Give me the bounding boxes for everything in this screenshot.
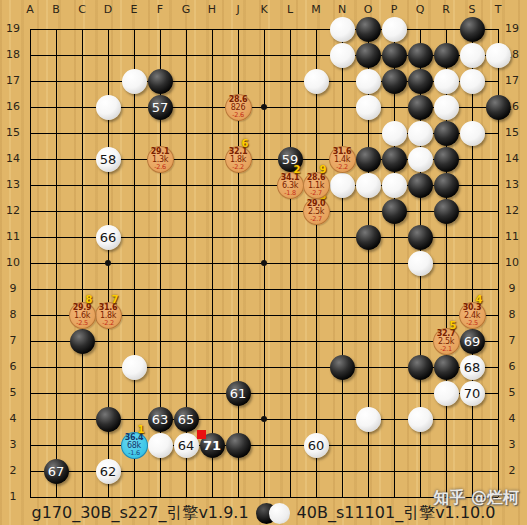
score-lead: -2.5 — [466, 320, 477, 327]
star-point — [261, 416, 267, 422]
row-label-14: 14 — [3, 152, 23, 166]
move-number-63: 63 — [152, 413, 169, 426]
white-stone-O17 — [356, 69, 381, 94]
col-label-T: T — [488, 3, 508, 17]
row-label-13: 13 — [502, 178, 522, 192]
black-stone-Q6 — [408, 355, 433, 380]
row-label-9: 9 — [502, 282, 522, 296]
suggestion-C8[interactable]: 29.91.6k-2.58 — [69, 302, 96, 329]
black-stone-J5: 61 — [226, 381, 251, 406]
white-stone-M17 — [304, 69, 329, 94]
move-number-71: 71 — [203, 439, 221, 452]
white-stone-Q10 — [408, 251, 433, 276]
black-stone-P17 — [382, 69, 407, 94]
col-label-R: R — [436, 3, 456, 17]
suggestion-L13[interactable]: 34.16.3k-1.82 — [277, 172, 304, 199]
row-label-11: 11 — [3, 230, 23, 244]
move-number-68: 68 — [464, 361, 481, 374]
suggestion-E3[interactable]: 36.468k-1.61 — [121, 432, 148, 459]
row-label-13: 13 — [3, 178, 23, 192]
black-stone-R18 — [434, 43, 459, 68]
col-label-N: N — [332, 3, 352, 17]
col-label-S: S — [462, 3, 482, 17]
col-label-L: L — [280, 3, 300, 17]
black-stone-J3 — [226, 433, 251, 458]
white-stone-icon — [269, 503, 290, 524]
white-stone-D16 — [96, 95, 121, 120]
black-stone-Q11 — [408, 225, 433, 250]
col-label-G: G — [176, 3, 196, 17]
row-label-17: 17 — [3, 74, 23, 88]
stone-pair-icon — [256, 503, 290, 524]
move-number-60: 60 — [308, 439, 325, 452]
black-stone-F16: 57 — [148, 95, 173, 120]
suggestion-F14[interactable]: 29.11.3k-2.6 — [147, 146, 174, 173]
row-label-6: 6 — [3, 360, 23, 374]
score-lead: -1.8 — [284, 190, 295, 197]
row-label-19: 19 — [502, 22, 522, 36]
black-stone-Q17 — [408, 69, 433, 94]
white-stone-S18 — [460, 43, 485, 68]
row-label-6: 6 — [502, 360, 522, 374]
col-label-C: C — [72, 3, 92, 17]
row-label-19: 19 — [3, 22, 23, 36]
score-lead: -2.1 — [440, 346, 451, 353]
move-number-69: 69 — [464, 335, 481, 348]
white-stone-R16 — [434, 95, 459, 120]
score-lead: -2.6 — [232, 112, 243, 119]
black-stone-H3: 71 — [200, 433, 225, 458]
black-stone-R13 — [434, 173, 459, 198]
move-number-62: 62 — [100, 465, 117, 478]
white-stone-O13 — [356, 173, 381, 198]
row-label-12: 12 — [3, 204, 23, 218]
black-stone-S19 — [460, 17, 485, 42]
row-label-18: 18 — [3, 48, 23, 62]
black-stone-O11 — [356, 225, 381, 250]
row-label-2: 2 — [3, 464, 23, 478]
white-stone-S15 — [460, 121, 485, 146]
white-stone-P19 — [382, 17, 407, 42]
rank-number: 2 — [294, 164, 301, 175]
col-label-H: H — [202, 3, 222, 17]
move-number-58: 58 — [100, 153, 117, 166]
move-number-67: 67 — [48, 465, 65, 478]
score-lead: -2.5 — [76, 320, 87, 327]
row-label-2: 2 — [502, 464, 522, 478]
rank-number: 4 — [476, 294, 483, 305]
move-number-64: 64 — [178, 439, 195, 452]
row-label-3: 3 — [502, 438, 522, 452]
rank-number: 5 — [450, 320, 457, 331]
rank-number: 7 — [112, 294, 119, 305]
white-stone-E17 — [122, 69, 147, 94]
black-stone-N6 — [330, 355, 355, 380]
row-label-7: 7 — [3, 334, 23, 348]
white-stone-F3 — [148, 433, 173, 458]
white-stone-Q15 — [408, 121, 433, 146]
row-label-10: 10 — [502, 256, 522, 270]
white-stone-Q14 — [408, 147, 433, 172]
row-label-9: 9 — [3, 282, 23, 296]
black-stone-B2: 67 — [44, 459, 69, 484]
row-label-11: 11 — [502, 230, 522, 244]
row-label-15: 15 — [502, 126, 522, 140]
white-stone-E6 — [122, 355, 147, 380]
black-stone-S7: 69 — [460, 329, 485, 354]
white-stone-R17 — [434, 69, 459, 94]
white-stone-P15 — [382, 121, 407, 146]
row-label-16: 16 — [3, 100, 23, 114]
white-stone-S5: 70 — [460, 381, 485, 406]
col-label-J: J — [228, 3, 248, 17]
white-stone-G3: 64 — [174, 433, 199, 458]
move-number-66: 66 — [100, 231, 117, 244]
white-stone-D2: 62 — [96, 459, 121, 484]
row-label-14: 14 — [502, 152, 522, 166]
white-stone-O4 — [356, 407, 381, 432]
move-number-65: 65 — [178, 413, 195, 426]
row-label-10: 10 — [3, 256, 23, 270]
black-stone-G4: 65 — [174, 407, 199, 432]
black-stone-Q18 — [408, 43, 433, 68]
last-move-marker — [197, 430, 206, 439]
suggestion-J16[interactable]: 28.6826-2.6 — [225, 94, 252, 121]
black-stone-T16 — [486, 95, 511, 120]
white-stone-N18 — [330, 43, 355, 68]
black-stone-R12 — [434, 199, 459, 224]
row-label-3: 3 — [3, 438, 23, 452]
col-label-K: K — [254, 3, 274, 17]
suggestion-J14[interactable]: 32.11.8k-2.26 — [225, 146, 252, 173]
black-stone-C7 — [70, 329, 95, 354]
black-stone-D4 — [96, 407, 121, 432]
black-stone-O14 — [356, 147, 381, 172]
score-lead: -2.6 — [154, 164, 165, 171]
white-stone-N13 — [330, 173, 355, 198]
white-stone-D11: 66 — [96, 225, 121, 250]
black-stone-R6 — [434, 355, 459, 380]
black-stone-O18 — [356, 43, 381, 68]
white-stone-P13 — [382, 173, 407, 198]
row-label-8: 8 — [3, 308, 23, 322]
suggestion-S8[interactable]: 30.32.4k-2.54 — [459, 302, 486, 329]
white-stone-S6: 68 — [460, 355, 485, 380]
move-number-57: 57 — [152, 101, 169, 114]
row-label-17: 17 — [502, 74, 522, 88]
black-stone-F4: 63 — [148, 407, 173, 432]
black-engine-label: g170_30B_s227_引擎v1.9.1 — [31, 503, 248, 524]
col-label-F: F — [150, 3, 170, 17]
col-label-D: D — [98, 3, 118, 17]
white-stone-N19 — [330, 17, 355, 42]
move-number-61: 61 — [230, 387, 247, 400]
rank-number: 6 — [242, 138, 249, 149]
suggestion-D8[interactable]: 31.61.8k-2.27 — [95, 302, 122, 329]
row-label-4: 4 — [3, 412, 23, 426]
star-point — [105, 260, 111, 266]
star-point — [261, 104, 267, 110]
col-label-M: M — [306, 3, 326, 17]
white-stone-R5 — [434, 381, 459, 406]
row-label-7: 7 — [502, 334, 522, 348]
black-stone-P14 — [382, 147, 407, 172]
score-lead: -2.7 — [310, 190, 321, 197]
row-label-5: 5 — [502, 386, 522, 400]
black-stone-P18 — [382, 43, 407, 68]
col-label-A: A — [20, 3, 40, 17]
col-label-Q: Q — [410, 3, 430, 17]
suggestion-M13[interactable]: 28.61.1k-2.79 — [303, 172, 330, 199]
black-stone-P12 — [382, 199, 407, 224]
col-label-E: E — [124, 3, 144, 17]
col-label-P: P — [384, 3, 404, 17]
row-label-5: 5 — [3, 386, 23, 400]
black-stone-R14 — [434, 147, 459, 172]
score-lead: -2.7 — [310, 216, 321, 223]
rank-number: 8 — [86, 294, 93, 305]
col-label-O: O — [358, 3, 378, 17]
star-point — [261, 260, 267, 266]
white-stone-O16 — [356, 95, 381, 120]
rank-number: 9 — [320, 164, 327, 175]
score-lead: -2.2 — [336, 164, 347, 171]
black-stone-F17 — [148, 69, 173, 94]
black-stone-Q13 — [408, 173, 433, 198]
white-stone-Q4 — [408, 407, 433, 432]
score-lead: -2.2 — [102, 320, 113, 327]
col-label-B: B — [46, 3, 66, 17]
suggestion-R7[interactable]: 32.72.5k-2.15 — [433, 328, 460, 355]
row-label-4: 4 — [502, 412, 522, 426]
black-stone-R15 — [434, 121, 459, 146]
white-stone-T18 — [486, 43, 511, 68]
watermark: 知乎 @烂柯 — [433, 488, 519, 509]
score-lead: -2.2 — [232, 164, 243, 171]
white-stone-D14: 58 — [96, 147, 121, 172]
rank-number: 1 — [138, 424, 145, 435]
white-stone-S17 — [460, 69, 485, 94]
black-stone-O19 — [356, 17, 381, 42]
row-label-15: 15 — [3, 126, 23, 140]
row-label-12: 12 — [502, 204, 522, 218]
suggestion-N14[interactable]: 31.61.4k-2.2 — [329, 146, 356, 173]
row-label-8: 8 — [502, 308, 522, 322]
white-stone-M3: 60 — [304, 433, 329, 458]
suggestion-M12[interactable]: 29.02.5k-2.73 — [303, 198, 330, 225]
go-board[interactable]: ABCDEFGHJKLMNOPQRST191918181717161615151… — [0, 0, 527, 525]
move-number-70: 70 — [464, 387, 481, 400]
score-lead: -1.6 — [128, 450, 139, 457]
black-stone-Q16 — [408, 95, 433, 120]
